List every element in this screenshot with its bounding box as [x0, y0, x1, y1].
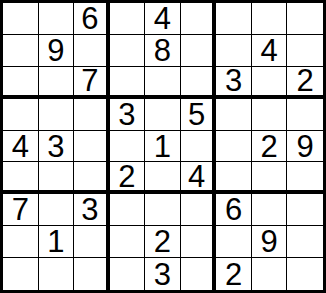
- cell-r7c7[interactable]: 6: [216, 194, 252, 226]
- cell-r2c4[interactable]: [110, 35, 146, 67]
- cell-r7c1[interactable]: 7: [3, 194, 39, 226]
- cell-r9c7[interactable]: 2: [216, 258, 252, 290]
- cell-r7c8[interactable]: [252, 194, 288, 226]
- cell-r4c1[interactable]: [3, 99, 39, 131]
- cell-r3c2[interactable]: [39, 67, 75, 99]
- cell-r6c1[interactable]: [3, 162, 39, 194]
- cell-r9c8[interactable]: [252, 258, 288, 290]
- cell-r6c6[interactable]: 4: [181, 162, 217, 194]
- cell-r5c6[interactable]: [181, 131, 217, 163]
- cell-r9c6[interactable]: [181, 258, 217, 290]
- cell-r6c7[interactable]: [216, 162, 252, 194]
- cell-r5c9[interactable]: 9: [287, 131, 323, 163]
- cell-r7c6[interactable]: [181, 194, 217, 226]
- cell-r1c2[interactable]: [39, 3, 75, 35]
- cell-r8c7[interactable]: [216, 226, 252, 258]
- cell-r5c7[interactable]: [216, 131, 252, 163]
- sudoku-board: 6498473235431292473612932: [0, 0, 326, 293]
- cell-r2c9[interactable]: [287, 35, 323, 67]
- cell-r9c4[interactable]: [110, 258, 146, 290]
- cell-r1c6[interactable]: [181, 3, 217, 35]
- cell-r7c9[interactable]: [287, 194, 323, 226]
- cell-r6c5[interactable]: [145, 162, 181, 194]
- cell-r4c9[interactable]: [287, 99, 323, 131]
- cell-r3c1[interactable]: [3, 67, 39, 99]
- cell-r6c2[interactable]: [39, 162, 75, 194]
- cell-r6c4[interactable]: 2: [110, 162, 146, 194]
- cell-r8c5[interactable]: 2: [145, 226, 181, 258]
- cell-r7c4[interactable]: [110, 194, 146, 226]
- cell-r9c3[interactable]: [74, 258, 110, 290]
- cell-r2c6[interactable]: [181, 35, 217, 67]
- cell-r1c8[interactable]: [252, 3, 288, 35]
- cell-r5c3[interactable]: [74, 131, 110, 163]
- cell-r4c5[interactable]: [145, 99, 181, 131]
- cell-r9c9[interactable]: [287, 258, 323, 290]
- cell-r1c9[interactable]: [287, 3, 323, 35]
- cell-r8c6[interactable]: [181, 226, 217, 258]
- cell-r9c1[interactable]: [3, 258, 39, 290]
- cell-r5c2[interactable]: 3: [39, 131, 75, 163]
- cell-r3c6[interactable]: [181, 67, 217, 99]
- cell-r3c4[interactable]: [110, 67, 146, 99]
- cell-r7c2[interactable]: [39, 194, 75, 226]
- cell-r2c5[interactable]: 8: [145, 35, 181, 67]
- cell-r3c8[interactable]: [252, 67, 288, 99]
- cell-r5c8[interactable]: 2: [252, 131, 288, 163]
- cell-r2c3[interactable]: [74, 35, 110, 67]
- cell-r1c5[interactable]: 4: [145, 3, 181, 35]
- cell-r4c2[interactable]: [39, 99, 75, 131]
- cell-r8c2[interactable]: 1: [39, 226, 75, 258]
- cell-r3c5[interactable]: [145, 67, 181, 99]
- cell-r2c1[interactable]: [3, 35, 39, 67]
- cell-r8c8[interactable]: 9: [252, 226, 288, 258]
- cell-r4c6[interactable]: 5: [181, 99, 217, 131]
- cell-r6c3[interactable]: [74, 162, 110, 194]
- cell-r7c5[interactable]: [145, 194, 181, 226]
- cell-r2c2[interactable]: 9: [39, 35, 75, 67]
- cell-r3c3[interactable]: 7: [74, 67, 110, 99]
- cell-r2c8[interactable]: 4: [252, 35, 288, 67]
- cell-r9c2[interactable]: [39, 258, 75, 290]
- cell-r4c4[interactable]: 3: [110, 99, 146, 131]
- cell-r5c1[interactable]: 4: [3, 131, 39, 163]
- cell-r6c8[interactable]: [252, 162, 288, 194]
- cell-r3c9[interactable]: 2: [287, 67, 323, 99]
- cell-r2c7[interactable]: [216, 35, 252, 67]
- cell-r9c5[interactable]: 3: [145, 258, 181, 290]
- cell-r8c1[interactable]: [3, 226, 39, 258]
- cell-r6c9[interactable]: [287, 162, 323, 194]
- cell-r3c7[interactable]: 3: [216, 67, 252, 99]
- cell-r7c3[interactable]: 3: [74, 194, 110, 226]
- cell-r8c4[interactable]: [110, 226, 146, 258]
- cell-r1c3[interactable]: 6: [74, 3, 110, 35]
- cell-r4c8[interactable]: [252, 99, 288, 131]
- cell-r1c1[interactable]: [3, 3, 39, 35]
- cell-r1c7[interactable]: [216, 3, 252, 35]
- cell-r1c4[interactable]: [110, 3, 146, 35]
- cell-r5c4[interactable]: [110, 131, 146, 163]
- cell-r5c5[interactable]: 1: [145, 131, 181, 163]
- cell-r4c7[interactable]: [216, 99, 252, 131]
- cell-r8c3[interactable]: [74, 226, 110, 258]
- cell-r8c9[interactable]: [287, 226, 323, 258]
- cell-r4c3[interactable]: [74, 99, 110, 131]
